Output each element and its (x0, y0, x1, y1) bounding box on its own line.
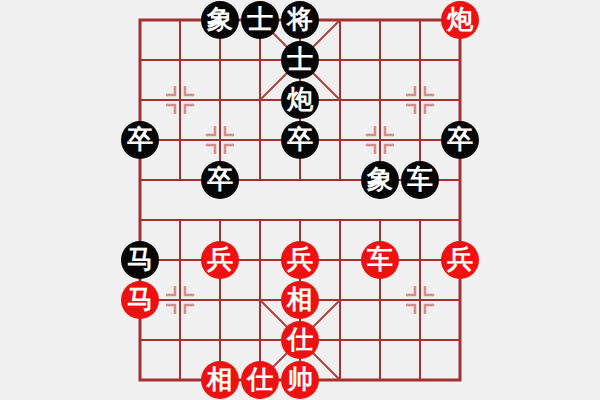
black-elephant[interactable]: 象 (201, 1, 239, 39)
black-cannon[interactable]: 炮 (281, 81, 319, 119)
red-general[interactable]: 帅 (281, 361, 319, 399)
red-pawn[interactable]: 兵 (281, 241, 319, 279)
black-elephant[interactable]: 象 (361, 161, 399, 199)
black-chariot[interactable]: 车 (401, 161, 439, 199)
black-pawn[interactable]: 卒 (281, 121, 319, 159)
red-pawn[interactable]: 兵 (201, 241, 239, 279)
red-chariot[interactable]: 车 (361, 241, 399, 279)
red-pawn[interactable]: 兵 (441, 241, 479, 279)
xiangqi-board: 象士将炮士炮卒卒卒卒象车马兵兵车兵马相仕相仕帅 (0, 0, 600, 400)
black-pawn[interactable]: 卒 (201, 161, 239, 199)
red-elephant[interactable]: 相 (201, 361, 239, 399)
black-advisor[interactable]: 士 (281, 41, 319, 79)
black-advisor[interactable]: 士 (241, 1, 279, 39)
red-horse[interactable]: 马 (121, 281, 159, 319)
piece-grid: 象士将炮士炮卒卒卒卒象车马兵兵车兵马相仕相仕帅 (120, 0, 480, 400)
red-elephant[interactable]: 相 (281, 281, 319, 319)
black-horse[interactable]: 马 (121, 241, 159, 279)
black-general[interactable]: 将 (281, 1, 319, 39)
black-pawn[interactable]: 卒 (441, 121, 479, 159)
black-pawn[interactable]: 卒 (121, 121, 159, 159)
red-cannon[interactable]: 炮 (441, 1, 479, 39)
red-advisor[interactable]: 仕 (241, 361, 279, 399)
red-advisor[interactable]: 仕 (281, 321, 319, 359)
